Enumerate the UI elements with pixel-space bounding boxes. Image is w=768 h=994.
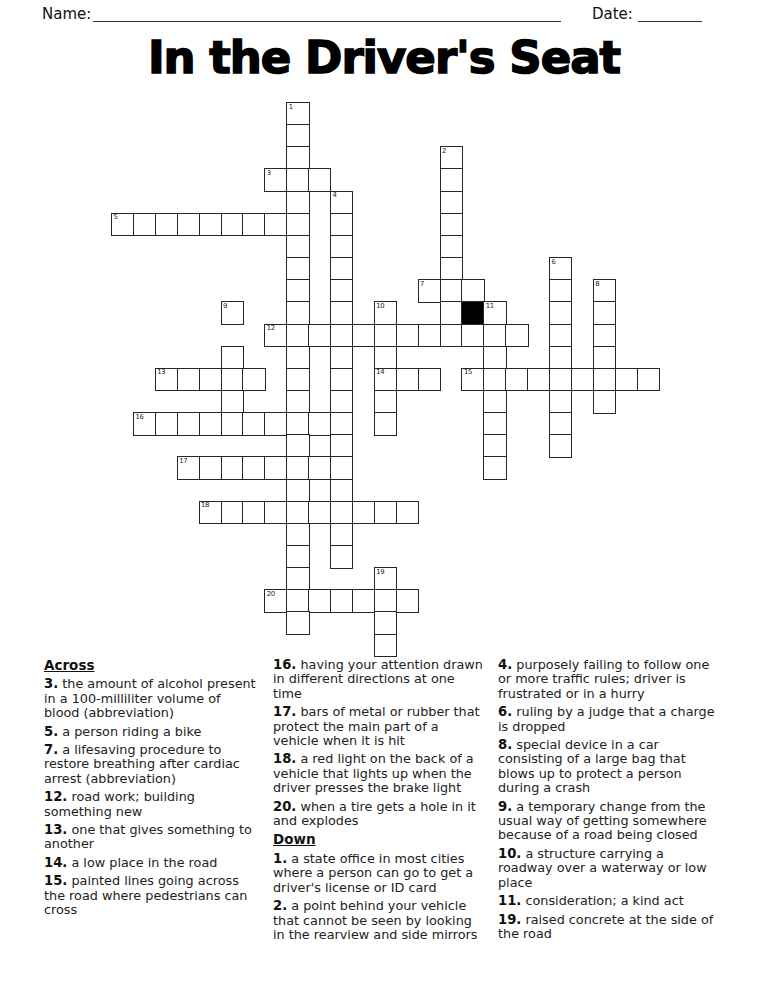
grid-cell[interactable]	[286, 434, 309, 458]
clue-number: 11.	[498, 893, 521, 908]
grid-cell[interactable]	[286, 611, 309, 635]
grid-cell[interactable]	[308, 412, 331, 436]
grid-cell[interactable]	[440, 235, 463, 259]
crossword-grid: 1234567891011121314151617181920	[111, 102, 659, 656]
grid-cell[interactable]	[330, 545, 353, 569]
clue-text: raised concrete at the side of the road	[498, 912, 713, 941]
grid-cell[interactable]: 9	[221, 301, 244, 325]
clue-item: 3. the amount of alcohol present in a 10…	[44, 677, 258, 720]
clue-number: 12.	[44, 789, 67, 804]
grid-cell[interactable]	[330, 412, 353, 436]
clue-number: 15.	[44, 873, 67, 888]
grid-cell[interactable]	[286, 390, 309, 414]
clue-text: painted lines going across the road wher…	[44, 873, 247, 917]
grid-cell[interactable]	[571, 368, 594, 392]
grid-cell[interactable]	[286, 567, 309, 591]
cell-number: 9	[223, 303, 227, 310]
grid-cell[interactable]	[374, 634, 397, 658]
clue-number: 1.	[273, 851, 287, 866]
grid-cell[interactable]	[505, 368, 528, 392]
name-label: Name:	[42, 5, 91, 23]
grid-cell[interactable]	[396, 589, 419, 613]
grid-cell[interactable]	[352, 324, 375, 348]
cell-number: 6	[552, 259, 556, 266]
grid-cell[interactable]	[286, 346, 309, 370]
cell-number: 10	[376, 303, 384, 310]
grid-cell[interactable]	[308, 501, 331, 525]
worksheet-header: Name: Date:	[0, 0, 768, 30]
grid-cell[interactable]	[483, 456, 506, 480]
grid-cell[interactable]	[286, 124, 309, 148]
grid-cell[interactable]: 16	[133, 412, 156, 436]
grid-cell[interactable]	[155, 412, 178, 436]
grid-cell[interactable]: 14	[374, 368, 397, 392]
puzzle-title: In the Driver's Seat	[0, 31, 768, 84]
clue-item: 18. a red light on the back of a vehicle…	[273, 752, 485, 795]
clue-text: a point behind your vehicle that cannot …	[273, 898, 478, 942]
grid-cell[interactable]: 5	[111, 213, 134, 237]
grid-cell[interactable]	[483, 434, 506, 458]
clue-item: 10. a structure carrying a roadway over …	[498, 847, 722, 890]
grid-cell[interactable]	[330, 479, 353, 503]
grid-cell[interactable]	[330, 301, 353, 325]
grid-cell[interactable]	[308, 168, 331, 192]
cell-number: 8	[595, 281, 599, 288]
grid-cell[interactable]	[593, 390, 616, 414]
clue-text: ruling by a judge that a charge is dropp…	[498, 704, 715, 733]
grid-cell[interactable]	[440, 301, 463, 325]
grid-cell[interactable]	[549, 412, 572, 436]
crossword-worksheet: { "game": "crossword", "header": { "name…	[0, 0, 768, 994]
clue-number: 3.	[44, 676, 58, 691]
grid-cell[interactable]	[286, 368, 309, 392]
grid-cell[interactable]	[440, 257, 463, 281]
grid-cell[interactable]	[483, 346, 506, 370]
grid-cell[interactable]	[221, 412, 244, 436]
clue-number: 19.	[498, 912, 521, 927]
cell-number: 3	[267, 170, 271, 177]
grid-cell[interactable]	[396, 501, 419, 525]
clue-number: 18.	[273, 751, 296, 766]
grid-cell[interactable]	[330, 434, 353, 458]
grid-cell[interactable]	[242, 213, 265, 237]
grid-cell[interactable]	[549, 279, 572, 303]
grid-cell[interactable]	[221, 346, 244, 370]
clue-number: 2.	[273, 898, 287, 913]
clue-text: the amount of alcohol present in a 100-m…	[44, 676, 256, 720]
grid-cell[interactable]	[242, 368, 265, 392]
clue-number: 20.	[273, 799, 296, 814]
grid-cell[interactable]: 4	[330, 191, 353, 215]
date-label: Date:	[592, 5, 633, 23]
grid-cell[interactable]: 10	[374, 301, 397, 325]
clue-text: consideration; a kind act	[521, 893, 683, 908]
grid-cell[interactable]	[615, 368, 638, 392]
cell-number: 13	[157, 369, 165, 376]
grid-cell[interactable]	[286, 479, 309, 503]
grid-cell[interactable]	[221, 213, 244, 237]
grid-cell[interactable]	[286, 168, 309, 192]
grid-cell[interactable]	[330, 589, 353, 613]
grid-cell[interactable]: 8	[593, 279, 616, 303]
grid-cell[interactable]	[286, 301, 309, 325]
grid-cell[interactable]	[199, 213, 222, 237]
grid-cell[interactable]	[440, 324, 463, 348]
name-blank-line[interactable]	[93, 20, 561, 22]
grid-cell[interactable]	[593, 301, 616, 325]
grid-cell[interactable]	[286, 257, 309, 281]
grid-cell[interactable]	[549, 346, 572, 370]
grid-cell[interactable]	[286, 589, 309, 613]
grid-cell[interactable]	[264, 501, 287, 525]
clue-item: 15. painted lines going across the road …	[44, 874, 258, 917]
clue-number: 4.	[498, 657, 512, 672]
clue-number: 5.	[44, 724, 58, 739]
grid-cell[interactable]	[527, 368, 550, 392]
grid-cell[interactable]	[330, 279, 353, 303]
clue-item: 11. consideration; a kind act	[498, 894, 722, 908]
clue-item: 13. one that gives something to another	[44, 823, 258, 852]
clue-number: 9.	[498, 799, 512, 814]
grid-cell[interactable]	[330, 346, 353, 370]
grid-cell[interactable]	[330, 368, 353, 392]
grid-cell[interactable]	[352, 501, 375, 525]
clue-item: 9. a temporary change from the usual way…	[498, 800, 722, 843]
grid-cell[interactable]	[286, 279, 309, 303]
grid-cell[interactable]	[483, 412, 506, 436]
cell-number: 11	[486, 303, 494, 310]
grid-cell[interactable]	[593, 368, 616, 392]
clue-text: purposely failing to follow one or more …	[498, 657, 709, 701]
grid-cell[interactable]	[374, 611, 397, 635]
grid-cell[interactable]: 15	[461, 368, 484, 392]
clue-number: 10.	[498, 846, 521, 861]
grid-cell[interactable]	[264, 412, 287, 436]
black-cell	[461, 301, 484, 325]
grid-cell[interactable]: 2	[440, 146, 463, 170]
grid-cell[interactable]	[637, 368, 660, 392]
grid-cell[interactable]	[242, 501, 265, 525]
grid-cell[interactable]: 3	[264, 168, 287, 192]
grid-cell[interactable]	[286, 213, 309, 237]
grid-cell[interactable]	[418, 324, 441, 348]
clue-item: 16. having your attention drawn in diffe…	[273, 658, 485, 701]
grid-cell[interactable]	[461, 324, 484, 348]
clue-item: 12. road work; building something new	[44, 790, 258, 819]
grid-cell[interactable]	[549, 434, 572, 458]
down-header: Down	[273, 832, 485, 846]
clue-item: 2. a point behind your vehicle that cann…	[273, 899, 485, 942]
cell-number: 12	[267, 325, 275, 332]
grid-cell[interactable]	[199, 456, 222, 480]
clue-item: 8. special device in a car consisting of…	[498, 738, 722, 796]
grid-cell[interactable]	[374, 589, 397, 613]
clue-item: 19. raised concrete at the side of the r…	[498, 913, 722, 942]
clue-column-middle: 16. having your attention drawn in diffe…	[273, 658, 485, 946]
grid-cell[interactable]	[308, 324, 331, 348]
grid-cell[interactable]	[199, 368, 222, 392]
grid-cell[interactable]	[374, 501, 397, 525]
grid-cell[interactable]	[199, 412, 222, 436]
grid-cell[interactable]	[440, 279, 463, 303]
grid-cell[interactable]: 12	[264, 324, 287, 348]
grid-cell[interactable]: 18	[199, 501, 222, 525]
grid-cell[interactable]	[593, 346, 616, 370]
grid-cell[interactable]	[483, 324, 506, 348]
clue-text: a state office in most cities where a pe…	[273, 851, 473, 895]
grid-cell[interactable]	[330, 324, 353, 348]
grid-cell[interactable]	[221, 456, 244, 480]
clue-item: 14. a low place in the road	[44, 856, 258, 870]
clue-item: 17. bars of metal or rubber that protect…	[273, 705, 485, 748]
clue-column-down: 4. purposely failing to follow one or mo…	[498, 658, 722, 945]
grid-cell[interactable]	[418, 368, 441, 392]
grid-cell[interactable]	[221, 390, 244, 414]
clue-item: 7. a lifesaving procedure to restore bre…	[44, 743, 258, 786]
cell-number: 4	[333, 192, 337, 199]
grid-cell[interactable]: 19	[374, 567, 397, 591]
grid-cell[interactable]	[549, 368, 572, 392]
grid-cell[interactable]	[330, 523, 353, 547]
grid-cell[interactable]	[286, 545, 309, 569]
grid-cell[interactable]	[483, 390, 506, 414]
grid-cell[interactable]	[440, 168, 463, 192]
grid-cell[interactable]	[549, 301, 572, 325]
grid-cell[interactable]	[133, 213, 156, 237]
cell-number: 16	[135, 414, 143, 421]
grid-cell[interactable]	[330, 235, 353, 259]
cell-number: 5	[114, 214, 118, 221]
grid-cell[interactable]	[330, 213, 353, 237]
date-blank-line[interactable]	[638, 20, 702, 22]
cell-number: 19	[376, 569, 384, 576]
grid-cell[interactable]	[177, 368, 200, 392]
grid-cell[interactable]	[286, 456, 309, 480]
clue-number: 7.	[44, 742, 58, 757]
grid-cell[interactable]: 7	[418, 279, 441, 303]
grid-cell[interactable]	[177, 213, 200, 237]
clue-text: bars of metal or rubber that protect the…	[273, 704, 480, 748]
grid-cell[interactable]: 1	[286, 102, 309, 126]
grid-cell[interactable]	[308, 456, 331, 480]
clue-text: special device in a car consisting of a …	[498, 737, 686, 795]
grid-cell[interactable]: 13	[155, 368, 178, 392]
cell-number: 18	[201, 502, 209, 509]
clue-text: a red light on the back of a vehicle tha…	[273, 751, 474, 795]
grid-cell[interactable]	[330, 501, 353, 525]
cell-number: 15	[464, 369, 472, 376]
clue-text: a structure carrying a roadway over a wa…	[498, 846, 707, 890]
grid-cell[interactable]	[549, 390, 572, 414]
grid-cell[interactable]: 6	[549, 257, 572, 281]
grid-cell[interactable]	[286, 501, 309, 525]
grid-cell[interactable]	[221, 501, 244, 525]
grid-cell[interactable]	[352, 589, 375, 613]
grid-cell[interactable]	[330, 390, 353, 414]
clue-item: 6. ruling by a judge that a charge is dr…	[498, 705, 722, 734]
grid-cell[interactable]	[286, 412, 309, 436]
clue-text: a temporary change from the usual way of…	[498, 799, 707, 843]
cell-number: 2	[442, 148, 446, 155]
clue-text: when a tire gets a hole in it and explod…	[273, 799, 476, 828]
grid-cell[interactable]	[177, 412, 200, 436]
grid-cell[interactable]	[374, 324, 397, 348]
grid-cell[interactable]	[396, 368, 419, 392]
clue-column-across: Across3. the amount of alcohol present i…	[44, 658, 258, 922]
clue-text: a person riding a bike	[58, 724, 201, 739]
grid-cell[interactable]	[374, 390, 397, 414]
grid-cell[interactable]	[440, 213, 463, 237]
grid-cell[interactable]	[221, 368, 244, 392]
clue-text: road work; building something new	[44, 789, 195, 818]
clue-number: 14.	[44, 855, 67, 870]
grid-cell[interactable]	[461, 279, 484, 303]
grid-cell[interactable]	[242, 456, 265, 480]
clue-number: 17.	[273, 704, 296, 719]
grid-cell[interactable]	[505, 324, 528, 348]
grid-cell[interactable]	[286, 235, 309, 259]
grid-cell[interactable]	[308, 589, 331, 613]
grid-cell[interactable]: 17	[177, 456, 200, 480]
grid-cell[interactable]	[483, 368, 506, 392]
clue-item: 1. a state office in most cities where a…	[273, 852, 485, 895]
grid-cell[interactable]	[264, 456, 287, 480]
grid-cell[interactable]	[549, 324, 572, 348]
grid-cell[interactable]	[242, 412, 265, 436]
grid-cell[interactable]	[264, 213, 287, 237]
clue-item: 20. when a tire gets a hole in it and ex…	[273, 800, 485, 829]
cell-number: 1	[289, 104, 293, 111]
clue-text: a lifesaving procedure to restore breath…	[44, 742, 240, 786]
grid-cell[interactable]	[286, 146, 309, 170]
clue-number: 8.	[498, 737, 512, 752]
grid-cell[interactable]	[286, 324, 309, 348]
grid-cell[interactable]	[286, 523, 309, 547]
grid-cell[interactable]	[593, 324, 616, 348]
clue-text: one that gives something to another	[44, 822, 252, 851]
across-header: Across	[44, 658, 258, 672]
grid-cell[interactable]	[330, 257, 353, 281]
clue-number: 16.	[273, 657, 296, 672]
clue-text: a low place in the road	[67, 855, 217, 870]
grid-cell[interactable]	[286, 191, 309, 215]
cell-number: 20	[267, 591, 275, 598]
clue-number: 13.	[44, 822, 67, 837]
clue-item: 4. purposely failing to follow one or mo…	[498, 658, 722, 701]
grid-cell[interactable]: 20	[264, 589, 287, 613]
clue-item: 5. a person riding a bike	[44, 725, 258, 739]
grid-cell[interactable]	[396, 324, 419, 348]
clue-text: having your attention drawn in different…	[273, 657, 483, 701]
clue-number: 6.	[498, 704, 512, 719]
grid-cell[interactable]	[440, 191, 463, 215]
grid-cell[interactable]: 11	[483, 301, 506, 325]
cell-number: 7	[420, 281, 424, 288]
cell-number: 17	[179, 458, 187, 465]
grid-cell[interactable]	[374, 412, 397, 436]
grid-cell[interactable]	[374, 346, 397, 370]
grid-cell[interactable]	[155, 213, 178, 237]
cell-number: 14	[376, 369, 384, 376]
grid-cell[interactable]	[330, 456, 353, 480]
